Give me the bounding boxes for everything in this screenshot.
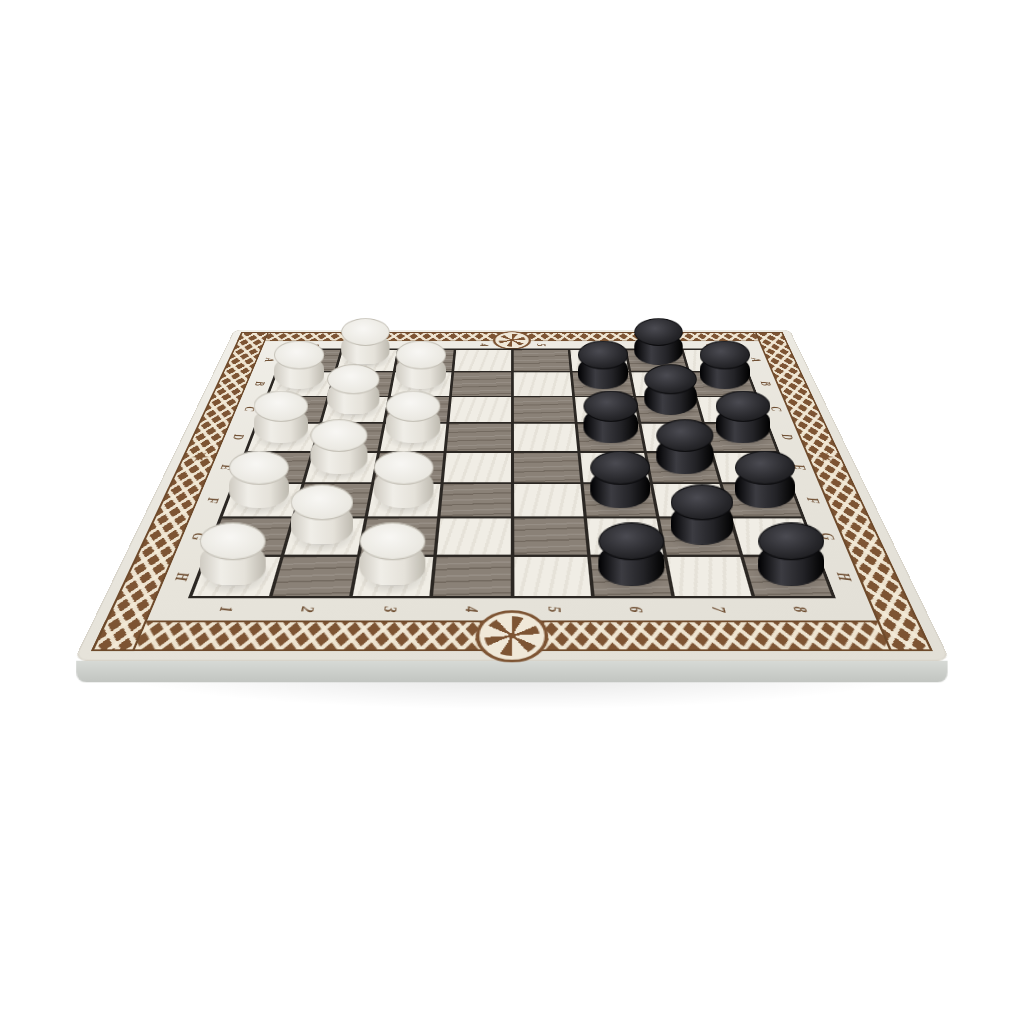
scene: ✶ ✶ 1122334455667788AABBCCDDEEFFGGHH xyxy=(0,0,1024,1024)
coord-label-far-4: 4 xyxy=(475,341,492,349)
white-checker-H3[interactable] xyxy=(359,522,425,586)
coord-label-far-8: 8 xyxy=(700,341,719,349)
black-checker-F6[interactable] xyxy=(590,450,650,508)
coord-label-left-A: A xyxy=(258,356,279,364)
black-checker-E7[interactable] xyxy=(656,419,713,474)
checker-top xyxy=(311,419,368,452)
coord-label-far-5: 5 xyxy=(532,341,549,349)
leaf-motif-right: ✶ xyxy=(810,450,840,464)
coord-label-right-C: C xyxy=(764,404,787,414)
black-checker-D6[interactable] xyxy=(584,391,639,444)
coord-label-far-1: 1 xyxy=(304,341,323,349)
coord-label-left-C: C xyxy=(237,404,260,414)
coord-label-far-2: 2 xyxy=(361,341,380,349)
leaf-motif-left: ✶ xyxy=(184,450,214,464)
checker-top xyxy=(590,450,650,484)
board-front-edge xyxy=(76,661,948,683)
checker-top xyxy=(735,450,795,484)
black-checker-G7[interactable] xyxy=(670,485,733,546)
white-checker-E2[interactable] xyxy=(311,419,368,474)
white-checker-C2[interactable] xyxy=(327,364,380,415)
checker-top xyxy=(758,522,824,560)
checker-top xyxy=(599,522,665,560)
white-checker-G2[interactable] xyxy=(291,485,354,546)
checker-top xyxy=(385,391,440,422)
coord-label-far-6: 6 xyxy=(588,341,606,349)
white-checker-F3[interactable] xyxy=(373,450,433,508)
checker-top xyxy=(373,450,433,484)
checker-top xyxy=(656,419,713,452)
checker-top xyxy=(253,391,308,422)
white-checker-D1[interactable] xyxy=(253,391,308,444)
pieces-layer xyxy=(74,330,951,661)
white-checker-H1[interactable] xyxy=(199,522,265,586)
coord-label-right-B: B xyxy=(754,379,776,388)
coord-label-far-3: 3 xyxy=(418,341,436,349)
coord-label-far-7: 7 xyxy=(644,341,663,349)
black-checker-F8[interactable] xyxy=(735,450,795,508)
checkers-board: ✶ ✶ 1122334455667788AABBCCDDEEFFGGHH xyxy=(74,330,951,661)
checker-top xyxy=(199,522,265,560)
checker-top xyxy=(644,364,697,394)
rosette-pinwheel xyxy=(499,334,526,347)
checker-top xyxy=(716,391,771,422)
black-checker-H8[interactable] xyxy=(758,522,824,586)
checker-top xyxy=(359,522,425,560)
checker-top xyxy=(229,450,289,484)
coord-label-right-D: D xyxy=(775,432,799,443)
white-checker-F1[interactable] xyxy=(229,450,289,508)
black-checker-H6[interactable] xyxy=(599,522,665,586)
coord-label-left-B: B xyxy=(248,379,270,388)
checker-top xyxy=(584,391,639,422)
black-checker-C7[interactable] xyxy=(644,364,697,415)
checker-top xyxy=(670,485,733,521)
black-checker-D8[interactable] xyxy=(716,391,771,444)
coord-label-right-A: A xyxy=(745,356,766,364)
white-checker-D3[interactable] xyxy=(385,391,440,444)
